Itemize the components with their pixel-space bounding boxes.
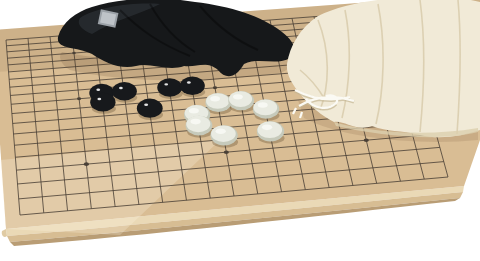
white-stone bbox=[228, 91, 254, 112]
star-point bbox=[213, 86, 217, 89]
white-stone bbox=[210, 125, 238, 147]
black-stone bbox=[137, 99, 163, 120]
black-stone bbox=[157, 78, 182, 99]
go-set-photo-scene bbox=[0, 0, 480, 261]
star-point bbox=[224, 150, 229, 154]
black-stone bbox=[180, 77, 205, 98]
star-point bbox=[84, 162, 89, 166]
star-point bbox=[72, 52, 75, 54]
black-stone bbox=[90, 93, 116, 114]
star-point bbox=[364, 138, 369, 142]
white-stone bbox=[186, 116, 213, 138]
white-stone bbox=[257, 121, 285, 143]
star-point bbox=[77, 97, 81, 100]
black-stone bbox=[112, 82, 137, 103]
white-stone bbox=[253, 99, 280, 121]
scene-canvas bbox=[0, 0, 480, 261]
